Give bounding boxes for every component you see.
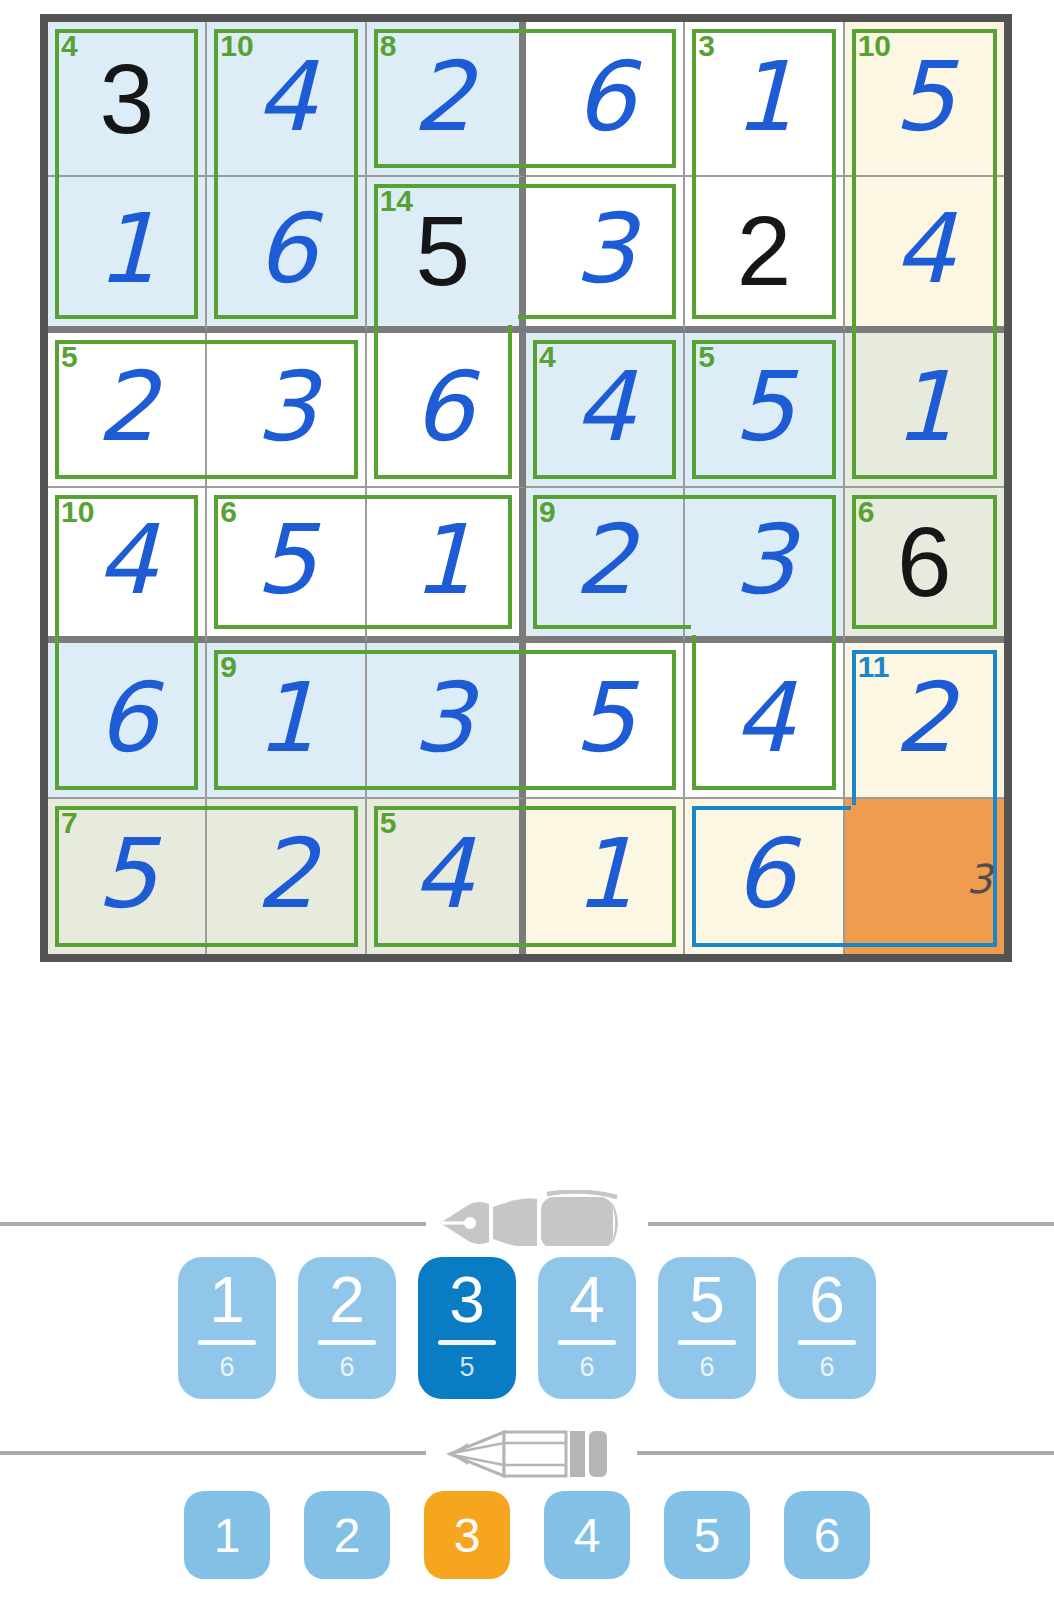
pen-button-digit: 5: [689, 1268, 725, 1332]
entry-digit: 3: [733, 512, 794, 608]
pen-digit-button-2[interactable]: 26: [298, 1257, 396, 1399]
pencil-digit-button-4[interactable]: 4: [544, 1491, 630, 1579]
entry-digit: 4: [96, 512, 157, 608]
cage-sum: 10: [858, 31, 891, 61]
entry-digit: 1: [894, 359, 955, 455]
entry-digit: 6: [255, 201, 316, 297]
pencil-digit-button-2[interactable]: 2: [304, 1491, 390, 1579]
entry-digit: 1: [574, 826, 635, 922]
pen-button-count: 6: [699, 1354, 714, 1381]
pen-keypad: 162635465666: [0, 1257, 1054, 1399]
grid-cell-r4c3[interactable]: 1: [367, 488, 526, 643]
entry-digit: 1: [255, 670, 316, 766]
grid-cell-r2c1[interactable]: 1: [48, 177, 207, 332]
entry-digit: 4: [894, 201, 955, 297]
pencil-digit-button-6[interactable]: 6: [784, 1491, 870, 1579]
entry-digit: 2: [96, 359, 157, 455]
board-grid: 4310482631105161453245236445511046519236…: [48, 22, 1004, 954]
grid-cell-r3c4[interactable]: 44: [526, 333, 685, 488]
entry-digit: 2: [412, 49, 473, 145]
entry-digit: 4: [255, 49, 316, 145]
entry-digit: 5: [894, 49, 955, 145]
divider-line: [637, 1451, 1054, 1455]
cage-sum: 10: [220, 31, 253, 61]
grid-cell-r5c5[interactable]: 4: [685, 643, 844, 798]
cage-sum: 5: [61, 342, 78, 372]
entry-digit: 3: [412, 670, 473, 766]
grid-cell-r2c3[interactable]: 145: [367, 177, 526, 332]
pen-digit-button-3[interactable]: 35: [418, 1257, 516, 1399]
entry-digit: 6: [733, 826, 794, 922]
grid-cell-r3c2[interactable]: 3: [207, 333, 366, 488]
pencil-icon: [447, 1429, 634, 1483]
grid-cell-r4c6[interactable]: 66: [845, 488, 1004, 643]
grid-cell-r4c2[interactable]: 65: [207, 488, 366, 643]
pencil-digit-button-3[interactable]: 3: [424, 1491, 510, 1579]
grid-cell-r4c4[interactable]: 92: [526, 488, 685, 643]
pen-button-count: 6: [819, 1354, 834, 1381]
pencil-mark: 3: [967, 856, 992, 902]
cage-sum: 4: [539, 342, 556, 372]
entry-digit: 5: [733, 359, 794, 455]
entry-digit: 2: [574, 512, 635, 608]
grid-cell-r4c1[interactable]: 104: [48, 488, 207, 643]
pen-button-count: 6: [339, 1354, 354, 1381]
grid-cell-r6c6[interactable]: 3: [845, 799, 1004, 954]
killer-sudoku-app: 4310482631105161453245236445511046519236…: [0, 0, 1054, 1600]
cage-sum: 5: [380, 808, 397, 838]
entry-digit: 6: [412, 359, 473, 455]
grid-cell-r6c3[interactable]: 54: [367, 799, 526, 954]
grid-cell-r5c3[interactable]: 3: [367, 643, 526, 798]
given-digit: 3: [99, 50, 154, 148]
pen-button-count: 5: [459, 1354, 474, 1381]
pencil-divider: [0, 1427, 1054, 1479]
cage-sum: 8: [380, 31, 397, 61]
pen-button-underline: [198, 1340, 256, 1345]
grid-cell-r2c2[interactable]: 6: [207, 177, 366, 332]
cage-sum: 5: [698, 342, 715, 372]
given-digit: 5: [416, 202, 471, 300]
pen-button-count: 6: [219, 1354, 234, 1381]
cage-sum: 14: [380, 186, 413, 216]
grid-cell-r6c1[interactable]: 75: [48, 799, 207, 954]
given-digit: 2: [737, 202, 792, 300]
grid-cell-r3c3[interactable]: 6: [367, 333, 526, 488]
entry-digit: 3: [574, 201, 635, 297]
pen-button-digit: 6: [809, 1268, 845, 1332]
pen-divider: [0, 1190, 1054, 1248]
entry-digit: 4: [412, 826, 473, 922]
cage-sum: 9: [539, 497, 556, 527]
pen-digit-button-6[interactable]: 66: [778, 1257, 876, 1399]
pencil-keypad: 123456: [0, 1491, 1054, 1579]
grid-cell-r4c5[interactable]: 3: [685, 488, 844, 643]
grid-cell-r1c5[interactable]: 31: [685, 22, 844, 177]
grid-cell-r5c4[interactable]: 5: [526, 643, 685, 798]
grid-cell-r1c3[interactable]: 82: [367, 22, 526, 177]
cage-sum: 10: [61, 497, 94, 527]
pen-button-count: 6: [579, 1354, 594, 1381]
pen-button-digit: 1: [209, 1268, 245, 1332]
divider-line: [0, 1222, 426, 1226]
grid-cell-r2c6[interactable]: 4: [845, 177, 1004, 332]
entry-digit: 4: [733, 670, 794, 766]
grid-cell-r3c6[interactable]: 1: [845, 333, 1004, 488]
pencil-digit-button-1[interactable]: 1: [184, 1491, 270, 1579]
entry-digit: 5: [96, 826, 157, 922]
entry-digit: 3: [255, 359, 316, 455]
grid-cell-r1c6[interactable]: 105: [845, 22, 1004, 177]
grid-cell-r3c5[interactable]: 55: [685, 333, 844, 488]
grid-cell-r3c1[interactable]: 52: [48, 333, 207, 488]
cage-sum: 4: [61, 31, 78, 61]
entry-digit: 6: [574, 49, 635, 145]
pen-button-digit: 4: [569, 1268, 605, 1332]
board: 4310482631105161453245236445511046519236…: [40, 14, 1012, 962]
cage-sum: 11: [858, 652, 890, 682]
entry-digit: 5: [574, 670, 635, 766]
pen-button-digit: 2: [329, 1268, 365, 1332]
grid-cell-r1c4[interactable]: 6: [526, 22, 685, 177]
grid-cell-r5c6[interactable]: 112: [845, 643, 1004, 798]
grid-cell-r5c2[interactable]: 91: [207, 643, 366, 798]
grid-cell-r6c5[interactable]: 6: [685, 799, 844, 954]
entry-digit: 1: [733, 49, 794, 145]
cage-sum: 6: [220, 497, 237, 527]
entry-digit: 2: [255, 826, 316, 922]
grid-cell-r5c1[interactable]: 6: [48, 643, 207, 798]
pencil-digit-button-5[interactable]: 5: [664, 1491, 750, 1579]
given-digit: 6: [897, 513, 952, 611]
pen-button-underline: [558, 1340, 616, 1345]
pen-button-underline: [318, 1340, 376, 1345]
cage-sum: 9: [220, 652, 237, 682]
entry-digit: 5: [255, 512, 316, 608]
pen-button-digit: 3: [449, 1268, 485, 1332]
divider-line: [648, 1222, 1054, 1226]
cage-sum: 7: [61, 808, 78, 838]
grid-cell-r6c2[interactable]: 2: [207, 799, 366, 954]
pen-digit-button-5[interactable]: 56: [658, 1257, 756, 1399]
grid-cell-r1c1[interactable]: 43: [48, 22, 207, 177]
pen-icon: [437, 1190, 624, 1250]
pen-button-underline: [798, 1340, 856, 1345]
grid-cell-r2c5[interactable]: 2: [685, 177, 844, 332]
grid-cell-r1c2[interactable]: 104: [207, 22, 366, 177]
entry-digit: 1: [412, 512, 473, 608]
entry-digit: 2: [894, 670, 955, 766]
entry-digit: 4: [574, 359, 635, 455]
cage-sum: 6: [858, 497, 875, 527]
grid-cell-r2c4[interactable]: 3: [526, 177, 685, 332]
cage-sum: 3: [698, 31, 715, 61]
pen-button-underline: [678, 1340, 736, 1345]
pen-button-underline: [438, 1340, 496, 1345]
divider-line: [0, 1451, 426, 1455]
pen-digit-button-1[interactable]: 16: [178, 1257, 276, 1399]
entry-digit: 6: [96, 670, 157, 766]
pen-digit-button-4[interactable]: 46: [538, 1257, 636, 1399]
grid-cell-r6c4[interactable]: 1: [526, 799, 685, 954]
entry-digit: 1: [96, 201, 157, 297]
